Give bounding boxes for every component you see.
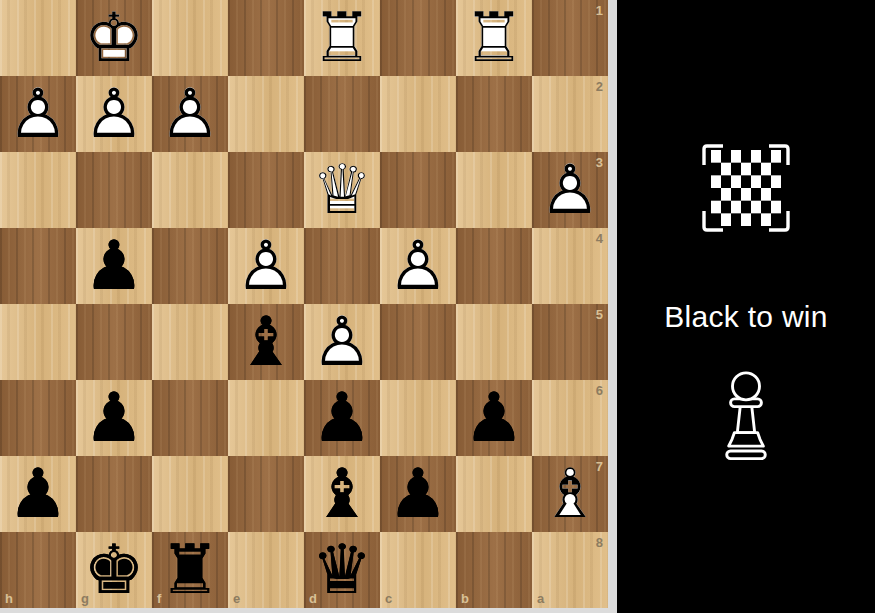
square-f6[interactable] [152,380,228,456]
file-label-f: f [157,592,161,605]
square-h8[interactable]: h [0,532,76,608]
square-b7[interactable] [456,456,532,532]
square-a3[interactable]: ♟♙3 [532,152,608,228]
square-f3[interactable] [152,152,228,228]
square-e8[interactable]: e [228,532,304,608]
square-b2[interactable] [456,76,532,152]
piece-white-pawn: ♟♙ [228,228,304,304]
rank-label-2: 2 [596,80,603,93]
square-a1[interactable]: 1 [532,0,608,76]
piece-black-pawn: ♟♙ [0,456,76,532]
info-panel: Black to win [617,0,875,613]
square-e6[interactable] [228,380,304,456]
rank-label-7: 7 [596,460,603,473]
rank-label-1: 1 [596,4,603,17]
square-c6[interactable] [380,380,456,456]
square-c7[interactable]: ♟♙ [380,456,456,532]
rank-label-8: 8 [596,536,603,549]
square-g5[interactable] [76,304,152,380]
piece-black-pawn: ♟♙ [76,380,152,456]
square-d8[interactable]: ♛♕d [304,532,380,608]
rank-label-4: 4 [596,232,603,245]
piece-black-bishop: ♝♗ [304,456,380,532]
square-c5[interactable] [380,304,456,380]
square-d4[interactable] [304,228,380,304]
rank-label-5: 5 [596,308,603,321]
board-panel: ♚♔♜♖♜♖1♟♙♟♙♟♙2♛♕♟♙3♟♙♟♙♟♙4♝♗♟♙5♟♙♟♙♟♙6♟♙… [0,0,617,613]
square-e5[interactable]: ♝♗ [228,304,304,380]
square-e2[interactable] [228,76,304,152]
square-b5[interactable] [456,304,532,380]
pawn-outline-icon [715,368,777,476]
piece-black-pawn: ♟♙ [76,228,152,304]
rank-label-3: 3 [596,156,603,169]
square-f8[interactable]: ♜♖f [152,532,228,608]
piece-white-pawn: ♟♙ [76,76,152,152]
square-b3[interactable] [456,152,532,228]
piece-white-pawn: ♟♙ [0,76,76,152]
square-a5[interactable]: 5 [532,304,608,380]
square-h1[interactable] [0,0,76,76]
square-a2[interactable]: 2 [532,76,608,152]
square-h4[interactable] [0,228,76,304]
piece-black-rook: ♜♖ [152,532,228,608]
square-f1[interactable] [152,0,228,76]
square-d2[interactable] [304,76,380,152]
square-a8[interactable]: 8a [532,532,608,608]
file-label-a: a [537,592,544,605]
file-label-e: e [233,592,240,605]
file-label-d: d [309,592,317,605]
square-d5[interactable]: ♟♙ [304,304,380,380]
square-e1[interactable] [228,0,304,76]
piece-black-bishop: ♝♗ [228,304,304,380]
square-a7[interactable]: ♝♗7 [532,456,608,532]
puzzle-screen: ♚♔♜♖♜♖1♟♙♟♙♟♙2♛♕♟♙3♟♙♟♙♟♙4♝♗♟♙5♟♙♟♙♟♙6♟♙… [0,0,875,613]
square-c8[interactable]: c [380,532,456,608]
puzzle-caption: Black to win [664,300,828,334]
square-b4[interactable] [456,228,532,304]
square-g1[interactable]: ♚♔ [76,0,152,76]
square-f5[interactable] [152,304,228,380]
file-label-g: g [81,592,89,605]
piece-white-rook: ♜♖ [304,0,380,76]
square-g3[interactable] [76,152,152,228]
square-b1[interactable]: ♜♖ [456,0,532,76]
square-g8[interactable]: ♚♔g [76,532,152,608]
square-g4[interactable]: ♟♙ [76,228,152,304]
square-h7[interactable]: ♟♙ [0,456,76,532]
square-f2[interactable]: ♟♙ [152,76,228,152]
piece-white-queen: ♛♕ [304,152,380,228]
square-f7[interactable] [152,456,228,532]
square-a6[interactable]: 6 [532,380,608,456]
square-c2[interactable] [380,76,456,152]
square-d3[interactable]: ♛♕ [304,152,380,228]
piece-black-pawn: ♟♙ [380,456,456,532]
square-h5[interactable] [0,304,76,380]
rank-label-6: 6 [596,384,603,397]
file-label-b: b [461,592,469,605]
square-c1[interactable] [380,0,456,76]
piece-white-pawn: ♟♙ [380,228,456,304]
piece-white-pawn: ♟♙ [152,76,228,152]
square-h2[interactable]: ♟♙ [0,76,76,152]
piece-black-pawn: ♟♙ [304,380,380,456]
square-d1[interactable]: ♜♖ [304,0,380,76]
piece-white-pawn: ♟♙ [304,304,380,380]
square-g2[interactable]: ♟♙ [76,76,152,152]
square-d6[interactable]: ♟♙ [304,380,380,456]
piece-white-king: ♚♔ [76,0,152,76]
piece-black-pawn: ♟♙ [456,380,532,456]
file-label-c: c [385,592,392,605]
square-d7[interactable]: ♝♗ [304,456,380,532]
square-b8[interactable]: b [456,532,532,608]
square-h3[interactable] [0,152,76,228]
square-c3[interactable] [380,152,456,228]
chess-board: ♚♔♜♖♜♖1♟♙♟♙♟♙2♛♕♟♙3♟♙♟♙♟♙4♝♗♟♙5♟♙♟♙♟♙6♟♙… [0,0,608,608]
square-a4[interactable]: 4 [532,228,608,304]
square-g7[interactable] [76,456,152,532]
square-e4[interactable]: ♟♙ [228,228,304,304]
piece-white-rook: ♜♖ [456,0,532,76]
square-f4[interactable] [152,228,228,304]
square-e7[interactable] [228,456,304,532]
square-e3[interactable] [228,152,304,228]
square-b6[interactable]: ♟♙ [456,380,532,456]
square-c4[interactable]: ♟♙ [380,228,456,304]
file-label-h: h [5,592,13,605]
square-h6[interactable] [0,380,76,456]
board-scan-icon [698,140,794,236]
square-g6[interactable]: ♟♙ [76,380,152,456]
